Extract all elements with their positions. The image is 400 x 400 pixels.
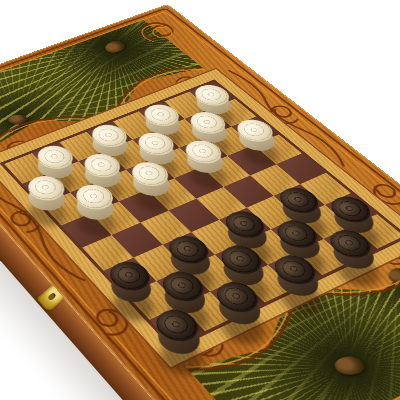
photo-stage [0,0,400,400]
